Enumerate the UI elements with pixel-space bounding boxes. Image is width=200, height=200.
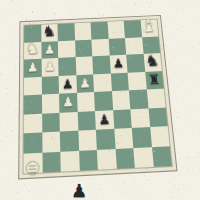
square-e2[interactable] [96,129,115,150]
square-g5[interactable] [128,71,147,90]
square-h2[interactable] [150,126,170,147]
piece-white-knight-a7[interactable]: ♞ [24,42,41,60]
square-f2[interactable] [114,128,133,149]
square-e5[interactable] [93,73,111,92]
square-b4[interactable] [41,94,59,114]
piece-white-pawn-b6[interactable]: ♟ [41,58,58,76]
piece-black-knight-b8[interactable]: ♞ [41,24,58,41]
piece-white-pawn-c4[interactable]: ♟ [59,93,77,113]
board-photo: ♞♝♞♟♟♟♟♞♟♟♜♟♟ ♟ [0,0,200,200]
square-g4[interactable] [129,89,148,108]
square-b5[interactable] [41,76,59,95]
square-e4[interactable] [94,91,113,110]
square-e7[interactable] [91,38,109,56]
square-c2[interactable] [60,131,79,152]
square-b1[interactable] [42,151,61,172]
square-d7[interactable] [75,39,93,57]
chess-board: ♞♝♞♟♟♟♟♞♟♟♜♟♟ [24,20,172,174]
square-f1[interactable] [115,148,135,169]
square-d2[interactable] [78,130,97,151]
square-b3[interactable] [42,112,60,132]
maker-stamp [26,161,40,176]
square-g7[interactable] [125,37,143,55]
square-d8[interactable] [74,23,91,40]
square-c1[interactable] [60,150,79,171]
square-g3[interactable] [130,108,149,128]
piece-black-pawn-e3[interactable]: ♟ [95,110,114,130]
piece-black-pawn-f6[interactable]: ♟ [109,55,127,73]
square-c7[interactable] [58,40,75,58]
square-g2[interactable] [132,127,152,148]
square-d3[interactable] [77,111,96,131]
square-a3[interactable] [24,113,42,133]
square-g1[interactable] [133,147,153,168]
square-e6[interactable] [92,56,110,74]
chess-board-mat: ♞♝♞♟♟♟♟♞♟♟♜♟♟ [18,15,177,180]
piece-white-pawn-b7[interactable]: ♟ [41,41,58,59]
square-f3[interactable] [113,109,132,129]
piece-black-pawn-c5[interactable]: ♟ [59,75,77,94]
square-f8[interactable] [107,21,125,38]
square-c6[interactable] [58,57,76,75]
square-f5[interactable] [110,72,129,91]
square-c3[interactable] [59,111,77,131]
piece-black-rook-h5[interactable]: ♜ [145,71,164,90]
square-a5[interactable] [24,76,42,95]
piece-white-pawn-d5[interactable]: ♟ [76,74,94,93]
square-d1[interactable] [79,149,98,170]
offboard-black-pawn[interactable]: ♟ [71,182,87,200]
piece-black-knight-h6[interactable]: ♞ [143,53,162,71]
square-a4[interactable] [24,95,42,115]
square-d6[interactable] [75,56,93,74]
square-f7[interactable] [108,38,126,56]
square-h4[interactable] [146,89,165,108]
square-h3[interactable] [148,107,168,127]
square-c8[interactable] [57,23,74,40]
square-d4[interactable] [77,92,95,111]
square-f4[interactable] [111,90,130,109]
square-g8[interactable] [124,20,142,37]
square-e8[interactable] [91,22,109,39]
square-b2[interactable] [42,132,60,153]
square-a2[interactable] [24,132,42,153]
square-e1[interactable] [97,149,117,170]
square-h1[interactable] [151,146,171,167]
piece-white-pawn-a6[interactable]: ♟ [24,59,41,77]
piece-white-bishop-h8[interactable]: ♝ [140,20,158,37]
square-g6[interactable] [126,54,145,72]
